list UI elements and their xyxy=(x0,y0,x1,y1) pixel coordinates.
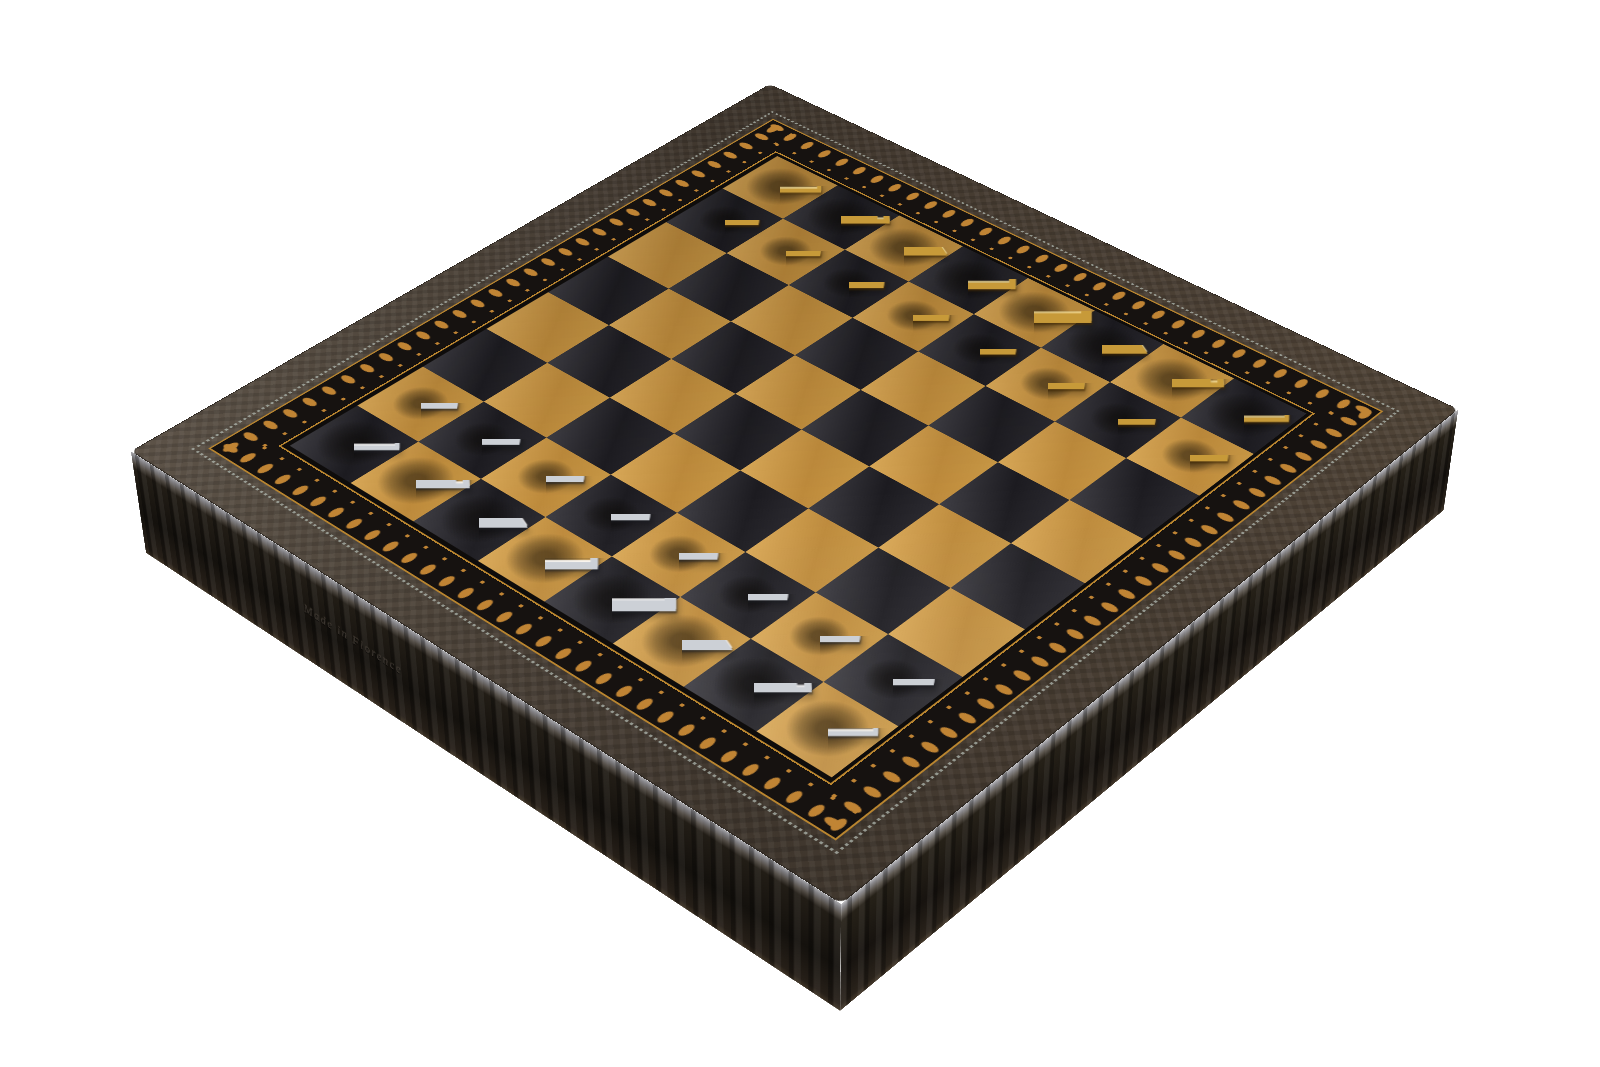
piece-gold-pawn: ♟ xyxy=(1134,354,1247,480)
product-photo-stage: Made in Florence ♜♞♝♛♚♝♞♜♟♟♟♟♟♟♟♟♟♟♟♟♟♟♟… xyxy=(0,0,1600,1067)
chess-set-box: Made in Florence ♜♞♝♛♚♝♞♜♟♟♟♟♟♟♟♟♟♟♟♟♟♟♟… xyxy=(131,84,1459,904)
board-top: ♜♞♝♛♚♝♞♜♟♟♟♟♟♟♟♟♟♟♟♟♟♟♟♟♜♞♝♛♚♝♞♜ xyxy=(131,84,1459,904)
perspective-scene: Made in Florence ♜♞♝♛♚♝♞♜♟♟♟♟♟♟♟♟♟♟♟♟♟♟♟… xyxy=(0,0,1600,1067)
